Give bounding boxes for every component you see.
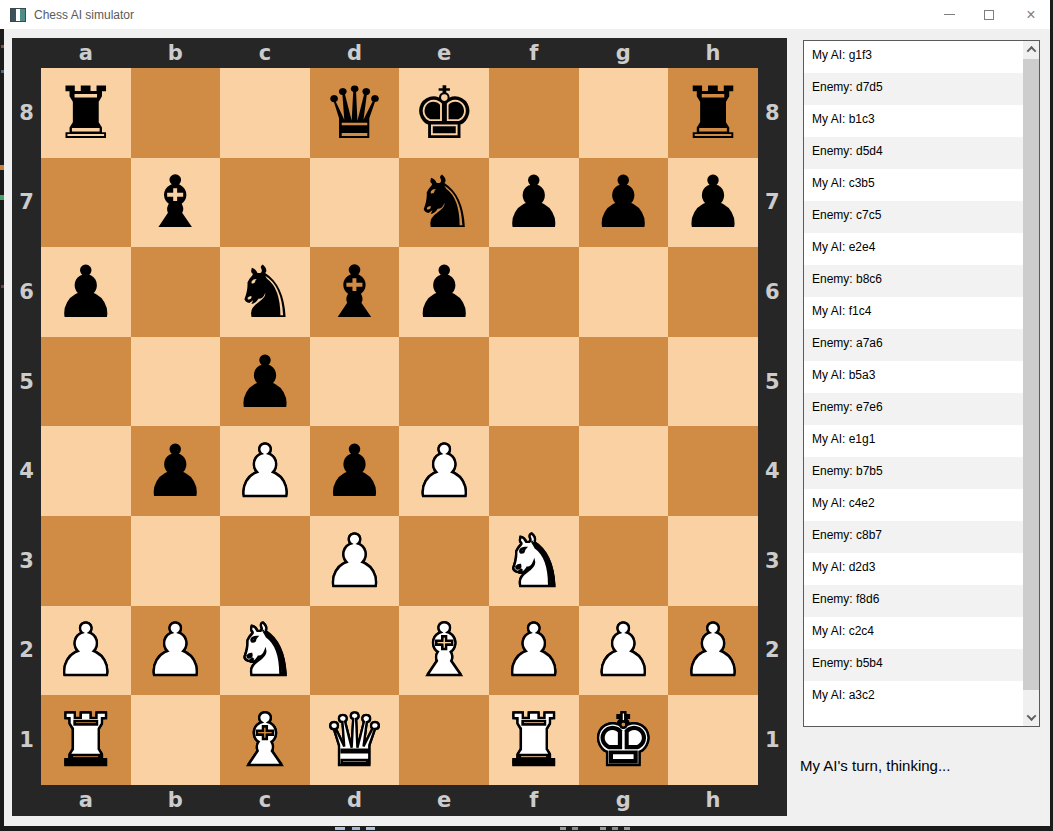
square-c6: ♞ — [220, 247, 310, 337]
white-bishop-piece: ♝ — [412, 614, 477, 686]
black-rook-piece: ♜ — [681, 77, 746, 149]
scrollbar-track[interactable] — [1023, 41, 1039, 726]
rank-label: 7 — [758, 158, 787, 248]
black-rook-piece: ♜ — [54, 77, 119, 149]
black-pawn-piece: ♟ — [54, 256, 119, 328]
square-g7: ♟ — [579, 158, 669, 248]
move-log-item[interactable]: Enemy: c7c5 — [804, 201, 1023, 233]
black-pawn-piece: ♟ — [143, 435, 208, 507]
square-f4 — [489, 426, 579, 516]
window-title: Chess AI simulator — [34, 8, 134, 22]
chevron-up-icon — [1026, 46, 1036, 56]
file-label: f — [489, 785, 579, 816]
maximize-icon — [984, 10, 994, 20]
black-pawn-piece: ♟ — [412, 256, 477, 328]
white-pawn-piece: ♟ — [54, 614, 119, 686]
file-label: h — [668, 785, 758, 816]
rank-label: 5 — [758, 337, 787, 427]
minimize-icon — [944, 14, 955, 15]
move-log-item[interactable]: My AI: g1f3 — [804, 41, 1023, 73]
scrollbar-down-button[interactable] — [1023, 709, 1039, 726]
black-pawn-piece: ♟ — [681, 166, 746, 238]
square-e2: ♝ — [399, 606, 489, 696]
square-b1 — [131, 695, 221, 785]
file-label: g — [579, 785, 669, 816]
board-corner — [758, 38, 787, 68]
square-c1: ♝ — [220, 695, 310, 785]
board-corner — [12, 38, 41, 68]
square-h3 — [668, 516, 758, 606]
file-label: f — [489, 38, 579, 68]
close-button[interactable]: × — [1014, 0, 1048, 29]
square-f2: ♟ — [489, 606, 579, 696]
square-f8 — [489, 68, 579, 158]
square-b7: ♝ — [131, 158, 221, 248]
chess-board: abcdefgh8♜♛♚♜87♝♞♟♟♟76♟♞♝♟65♟54♟♟♟♟43♟♞3… — [12, 38, 787, 816]
maximize-button[interactable] — [972, 0, 1006, 29]
square-a8: ♜ — [41, 68, 131, 158]
move-log-item[interactable]: Enemy: d5d4 — [804, 137, 1023, 169]
file-label: c — [220, 785, 310, 816]
white-pawn-piece: ♟ — [233, 435, 298, 507]
move-log-item[interactable]: Enemy: b8c6 — [804, 265, 1023, 297]
black-bishop-piece: ♝ — [143, 166, 208, 238]
move-log-item[interactable]: Enemy: a7a6 — [804, 329, 1023, 361]
square-g1: ♚ — [579, 695, 669, 785]
square-c2: ♞ — [220, 606, 310, 696]
move-log-item[interactable]: My AI: b5a3 — [804, 361, 1023, 393]
rank-label: 6 — [758, 247, 787, 337]
file-label: d — [310, 38, 400, 68]
square-d5 — [310, 337, 400, 427]
square-f3: ♞ — [489, 516, 579, 606]
scrollbar-up-button[interactable] — [1023, 41, 1039, 58]
square-g4 — [579, 426, 669, 516]
move-log-item[interactable]: My AI: c4e2 — [804, 489, 1023, 521]
square-h2: ♟ — [668, 606, 758, 696]
rank-label: 3 — [12, 516, 41, 606]
black-knight-piece: ♞ — [412, 166, 477, 238]
square-d8: ♛ — [310, 68, 400, 158]
background-window-edge-bottom — [0, 826, 1053, 831]
rank-label: 6 — [12, 247, 41, 337]
square-d6: ♝ — [310, 247, 400, 337]
move-log-list: My AI: g1f3Enemy: d7d5My AI: b1c3Enemy: … — [804, 41, 1023, 726]
square-b4: ♟ — [131, 426, 221, 516]
square-c8 — [220, 68, 310, 158]
rank-label: 8 — [12, 68, 41, 158]
board-corner — [758, 785, 787, 816]
black-pawn-piece: ♟ — [501, 166, 566, 238]
white-king-piece: ♚ — [591, 704, 656, 776]
square-h4 — [668, 426, 758, 516]
white-pawn-piece: ♟ — [501, 614, 566, 686]
square-d1: ♛ — [310, 695, 400, 785]
black-pawn-piece: ♟ — [591, 166, 656, 238]
square-g3 — [579, 516, 669, 606]
file-label: e — [399, 785, 489, 816]
square-c5: ♟ — [220, 337, 310, 427]
white-queen-piece: ♛ — [322, 704, 387, 776]
square-e3 — [399, 516, 489, 606]
file-label: h — [668, 38, 758, 68]
square-h7: ♟ — [668, 158, 758, 248]
white-rook-piece: ♜ — [54, 704, 119, 776]
black-knight-piece: ♞ — [233, 256, 298, 328]
square-e7: ♞ — [399, 158, 489, 248]
file-label: c — [220, 38, 310, 68]
white-pawn-piece: ♟ — [412, 435, 477, 507]
black-bishop-piece: ♝ — [322, 256, 387, 328]
square-f1: ♜ — [489, 695, 579, 785]
move-log-item[interactable]: My AI: c3b5 — [804, 169, 1023, 201]
square-h1 — [668, 695, 758, 785]
move-log-panel: My AI: g1f3Enemy: d7d5My AI: b1c3Enemy: … — [803, 40, 1040, 727]
square-g6 — [579, 247, 669, 337]
white-knight-piece: ♞ — [233, 614, 298, 686]
rank-label: 2 — [12, 606, 41, 696]
rank-label: 4 — [758, 426, 787, 516]
square-b5 — [131, 337, 221, 427]
square-c3 — [220, 516, 310, 606]
square-h5 — [668, 337, 758, 427]
black-pawn-piece: ♟ — [233, 346, 298, 418]
square-d2 — [310, 606, 400, 696]
file-label: a — [41, 785, 131, 816]
black-queen-piece: ♛ — [322, 77, 387, 149]
move-log-item[interactable]: My AI: e2e4 — [804, 233, 1023, 265]
square-g8 — [579, 68, 669, 158]
square-a5 — [41, 337, 131, 427]
rank-label: 7 — [12, 158, 41, 248]
square-h6 — [668, 247, 758, 337]
move-log-item[interactable]: Enemy: e7e6 — [804, 393, 1023, 425]
move-log-item[interactable]: Enemy: f8d6 — [804, 585, 1023, 617]
move-log-item[interactable]: Enemy: c8b7 — [804, 521, 1023, 553]
white-bishop-piece: ♝ — [233, 704, 298, 776]
move-log-item[interactable]: My AI: c2c4 — [804, 617, 1023, 649]
square-d4: ♟ — [310, 426, 400, 516]
square-f7: ♟ — [489, 158, 579, 248]
white-pawn-piece: ♟ — [143, 614, 208, 686]
move-log-item[interactable]: My AI: e1g1 — [804, 425, 1023, 457]
white-pawn-piece: ♟ — [322, 525, 387, 597]
square-e5 — [399, 337, 489, 427]
file-label: e — [399, 38, 489, 68]
file-label: b — [131, 38, 221, 68]
square-e8: ♚ — [399, 68, 489, 158]
square-b8 — [131, 68, 221, 158]
square-g2: ♟ — [579, 606, 669, 696]
move-log-item[interactable]: My AI: a3c2 — [804, 681, 1023, 713]
square-f6 — [489, 247, 579, 337]
square-e1 — [399, 695, 489, 785]
rank-label: 1 — [758, 695, 787, 785]
scrollbar-thumb[interactable] — [1023, 59, 1039, 690]
square-c4: ♟ — [220, 426, 310, 516]
board-corner — [12, 785, 41, 816]
move-log-item[interactable]: My AI: b1c3 — [804, 105, 1023, 137]
move-log-item[interactable]: My AI: f1c4 — [804, 297, 1023, 329]
black-king-piece: ♚ — [412, 77, 477, 149]
square-a2: ♟ — [41, 606, 131, 696]
white-pawn-piece: ♟ — [681, 614, 746, 686]
square-a1: ♜ — [41, 695, 131, 785]
app-icon — [10, 8, 26, 22]
square-d7 — [310, 158, 400, 248]
square-f5 — [489, 337, 579, 427]
square-h8: ♜ — [668, 68, 758, 158]
move-log-item[interactable]: Enemy: d7d5 — [804, 73, 1023, 105]
title-bar: Chess AI simulator — [0, 0, 1053, 29]
square-b3 — [131, 516, 221, 606]
square-b6 — [131, 247, 221, 337]
file-label: a — [41, 38, 131, 68]
file-label: b — [131, 785, 221, 816]
background-window-edge-left — [0, 29, 4, 826]
square-e4: ♟ — [399, 426, 489, 516]
move-log-item[interactable]: Enemy: b7b5 — [804, 457, 1023, 489]
file-label: g — [579, 38, 669, 68]
file-label: d — [310, 785, 400, 816]
chevron-down-icon — [1026, 711, 1036, 721]
square-c7 — [220, 158, 310, 248]
square-a3 — [41, 516, 131, 606]
move-log-item[interactable]: My AI: d2d3 — [804, 553, 1023, 585]
square-a6: ♟ — [41, 247, 131, 337]
rank-label: 8 — [758, 68, 787, 158]
rank-label: 4 — [12, 426, 41, 516]
rank-label: 5 — [12, 337, 41, 427]
status-text: My AI's turn, thinking... — [800, 757, 950, 774]
white-knight-piece: ♞ — [501, 525, 566, 597]
square-b2: ♟ — [131, 606, 221, 696]
white-rook-piece: ♜ — [501, 704, 566, 776]
move-log-item[interactable]: Enemy: b5b4 — [804, 649, 1023, 681]
rank-label: 3 — [758, 516, 787, 606]
rank-label: 1 — [12, 695, 41, 785]
square-a7 — [41, 158, 131, 248]
square-e6: ♟ — [399, 247, 489, 337]
minimize-button[interactable] — [932, 0, 966, 29]
white-pawn-piece: ♟ — [591, 614, 656, 686]
black-pawn-piece: ♟ — [322, 435, 387, 507]
square-d3: ♟ — [310, 516, 400, 606]
square-g5 — [579, 337, 669, 427]
square-a4 — [41, 426, 131, 516]
rank-label: 2 — [758, 606, 787, 696]
